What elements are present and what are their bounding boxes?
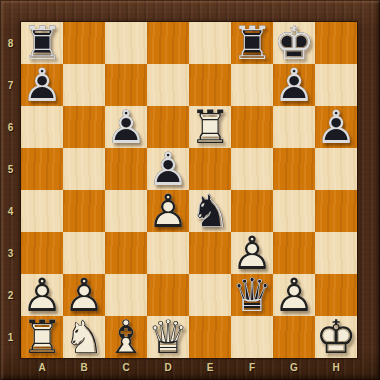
square-d8[interactable] xyxy=(147,22,189,64)
white-pawn-outline-icon: ♙ xyxy=(63,273,105,317)
rank-labels: 87654321 xyxy=(0,22,21,358)
black-pawn-outline-icon: ♙ xyxy=(315,105,357,149)
file-label-c: C xyxy=(105,358,147,380)
square-d3[interactable] xyxy=(147,232,189,274)
black-pawn-outline-icon: ♙ xyxy=(147,147,189,191)
piece-white-rook[interactable]: ♜♖ xyxy=(21,316,63,358)
black-pawn-icon: ♟ xyxy=(147,147,189,191)
piece-white-pawn[interactable]: ♟♙ xyxy=(63,274,105,316)
black-pawn-outline-icon: ♙ xyxy=(105,105,147,149)
white-rook-icon: ♜ xyxy=(21,315,63,359)
black-pawn-icon: ♟ xyxy=(105,105,147,149)
square-a4[interactable] xyxy=(21,190,63,232)
white-pawn-icon: ♟ xyxy=(231,231,273,275)
piece-white-bishop[interactable]: ♝♗ xyxy=(105,316,147,358)
file-label-g: G xyxy=(273,358,315,380)
square-e8[interactable] xyxy=(189,22,231,64)
white-rook-outline-icon: ♖ xyxy=(21,315,63,359)
piece-black-rook[interactable]: ♜♖ xyxy=(21,22,63,64)
square-f2[interactable]: ♛♕ xyxy=(231,274,273,316)
rank-label-7: 7 xyxy=(0,64,21,106)
piece-black-pawn[interactable]: ♟♙ xyxy=(273,64,315,106)
square-f6[interactable] xyxy=(231,106,273,148)
piece-black-knight[interactable]: ♞♘ xyxy=(189,190,231,232)
square-b2[interactable]: ♟♙ xyxy=(63,274,105,316)
square-f3[interactable]: ♟♙ xyxy=(231,232,273,274)
white-knight-icon: ♞ xyxy=(63,315,105,359)
square-h5[interactable] xyxy=(315,148,357,190)
square-a7[interactable]: ♟♙ xyxy=(21,64,63,106)
square-a2[interactable]: ♟♙ xyxy=(21,274,63,316)
square-a1[interactable]: ♜♖ xyxy=(21,316,63,358)
white-rook-icon: ♜ xyxy=(189,105,231,149)
square-g7[interactable]: ♟♙ xyxy=(273,64,315,106)
black-king-icon: ♚ xyxy=(273,21,315,65)
white-queen-icon: ♛ xyxy=(147,315,189,359)
white-pawn-outline-icon: ♙ xyxy=(273,273,315,317)
black-rook-outline-icon: ♖ xyxy=(21,21,63,65)
square-c5[interactable] xyxy=(105,148,147,190)
square-g1[interactable] xyxy=(273,316,315,358)
square-g4[interactable] xyxy=(273,190,315,232)
rank-label-8: 8 xyxy=(0,22,21,64)
piece-black-pawn[interactable]: ♟♙ xyxy=(315,106,357,148)
square-b5[interactable] xyxy=(63,148,105,190)
white-knight-outline-icon: ♘ xyxy=(63,315,105,359)
square-d2[interactable] xyxy=(147,274,189,316)
square-c6[interactable]: ♟♙ xyxy=(105,106,147,148)
rank-label-2: 2 xyxy=(0,274,21,316)
piece-white-pawn[interactable]: ♟♙ xyxy=(21,274,63,316)
square-c1[interactable]: ♝♗ xyxy=(105,316,147,358)
square-b1[interactable]: ♞♘ xyxy=(63,316,105,358)
piece-white-king[interactable]: ♚♔ xyxy=(315,316,357,358)
square-g6[interactable] xyxy=(273,106,315,148)
square-h4[interactable] xyxy=(315,190,357,232)
rank-label-4: 4 xyxy=(0,190,21,232)
square-e3[interactable] xyxy=(189,232,231,274)
square-b8[interactable] xyxy=(63,22,105,64)
square-e1[interactable] xyxy=(189,316,231,358)
piece-white-pawn[interactable]: ♟♙ xyxy=(273,274,315,316)
black-rook-icon: ♜ xyxy=(231,21,273,65)
file-label-a: A xyxy=(21,358,63,380)
black-queen-outline-icon: ♕ xyxy=(231,273,273,317)
white-pawn-icon: ♟ xyxy=(21,273,63,317)
square-g5[interactable] xyxy=(273,148,315,190)
square-a8[interactable]: ♜♖ xyxy=(21,22,63,64)
square-h8[interactable] xyxy=(315,22,357,64)
piece-black-pawn[interactable]: ♟♙ xyxy=(105,106,147,148)
black-pawn-icon: ♟ xyxy=(315,105,357,149)
square-b6[interactable] xyxy=(63,106,105,148)
file-label-h: H xyxy=(315,358,357,380)
piece-white-rook[interactable]: ♜♖ xyxy=(189,106,231,148)
white-rook-outline-icon: ♖ xyxy=(189,105,231,149)
square-d4[interactable]: ♟♙ xyxy=(147,190,189,232)
square-a3[interactable] xyxy=(21,232,63,274)
square-f8[interactable]: ♜♖ xyxy=(231,22,273,64)
square-f1[interactable] xyxy=(231,316,273,358)
piece-black-queen[interactable]: ♛♕ xyxy=(231,274,273,316)
square-c2[interactable] xyxy=(105,274,147,316)
square-d6[interactable] xyxy=(147,106,189,148)
square-c8[interactable] xyxy=(105,22,147,64)
black-rook-icon: ♜ xyxy=(21,21,63,65)
square-h3[interactable] xyxy=(315,232,357,274)
file-label-e: E xyxy=(189,358,231,380)
square-b7[interactable] xyxy=(63,64,105,106)
square-g8[interactable]: ♚♔ xyxy=(273,22,315,64)
file-label-b: B xyxy=(63,358,105,380)
rank-label-3: 3 xyxy=(0,232,21,274)
black-pawn-icon: ♟ xyxy=(273,63,315,107)
black-pawn-icon: ♟ xyxy=(21,63,63,107)
piece-white-pawn[interactable]: ♟♙ xyxy=(147,190,189,232)
rank-label-1: 1 xyxy=(0,316,21,358)
square-a5[interactable] xyxy=(21,148,63,190)
black-pawn-outline-icon: ♙ xyxy=(21,63,63,107)
square-f5[interactable] xyxy=(231,148,273,190)
white-pawn-outline-icon: ♙ xyxy=(147,189,189,233)
white-pawn-icon: ♟ xyxy=(147,189,189,233)
black-knight-icon: ♞ xyxy=(189,189,231,233)
black-queen-icon: ♛ xyxy=(231,273,273,317)
square-d1[interactable]: ♛♕ xyxy=(147,316,189,358)
square-h6[interactable]: ♟♙ xyxy=(315,106,357,148)
chess-board: ♜♖♜♖♚♔♟♙♟♙♟♙♜♖♟♙♟♙♟♙♞♘♟♙♟♙♟♙♛♕♟♙♜♖♞♘♝♗♛♕… xyxy=(21,22,357,358)
black-knight-outline-icon: ♘ xyxy=(189,189,231,233)
square-h2[interactable] xyxy=(315,274,357,316)
rank-label-6: 6 xyxy=(0,106,21,148)
square-e5[interactable] xyxy=(189,148,231,190)
white-pawn-outline-icon: ♙ xyxy=(21,273,63,317)
square-e4[interactable]: ♞♘ xyxy=(189,190,231,232)
square-d5[interactable]: ♟♙ xyxy=(147,148,189,190)
square-g2[interactable]: ♟♙ xyxy=(273,274,315,316)
white-king-icon: ♚ xyxy=(315,315,357,359)
square-d7[interactable] xyxy=(147,64,189,106)
chessboard-frame: 87654321 ABCDEFGH ♜♖♜♖♚♔♟♙♟♙♟♙♜♖♟♙♟♙♟♙♞♘… xyxy=(0,0,380,380)
square-b4[interactable] xyxy=(63,190,105,232)
file-labels: ABCDEFGH xyxy=(21,358,357,380)
square-h7[interactable] xyxy=(315,64,357,106)
square-h1[interactable]: ♚♔ xyxy=(315,316,357,358)
rank-label-5: 5 xyxy=(0,148,21,190)
square-g3[interactable] xyxy=(273,232,315,274)
square-c7[interactable] xyxy=(105,64,147,106)
file-label-f: F xyxy=(231,358,273,380)
white-bishop-icon: ♝ xyxy=(105,315,147,359)
square-c4[interactable] xyxy=(105,190,147,232)
square-f7[interactable] xyxy=(231,64,273,106)
square-c3[interactable] xyxy=(105,232,147,274)
square-e7[interactable] xyxy=(189,64,231,106)
piece-white-queen[interactable]: ♛♕ xyxy=(147,316,189,358)
white-bishop-outline-icon: ♗ xyxy=(105,315,147,359)
piece-black-pawn[interactable]: ♟♙ xyxy=(21,64,63,106)
white-pawn-icon: ♟ xyxy=(273,273,315,317)
square-a6[interactable] xyxy=(21,106,63,148)
white-pawn-icon: ♟ xyxy=(63,273,105,317)
piece-black-rook[interactable]: ♜♖ xyxy=(231,22,273,64)
black-king-outline-icon: ♔ xyxy=(273,21,315,65)
piece-black-pawn[interactable]: ♟♙ xyxy=(147,148,189,190)
square-e6[interactable]: ♜♖ xyxy=(189,106,231,148)
white-king-outline-icon: ♔ xyxy=(315,315,357,359)
white-pawn-outline-icon: ♙ xyxy=(231,231,273,275)
white-queen-outline-icon: ♕ xyxy=(147,315,189,359)
square-e2[interactable] xyxy=(189,274,231,316)
piece-white-pawn[interactable]: ♟♙ xyxy=(231,232,273,274)
black-pawn-outline-icon: ♙ xyxy=(273,63,315,107)
square-f4[interactable] xyxy=(231,190,273,232)
black-rook-outline-icon: ♖ xyxy=(231,21,273,65)
piece-black-king[interactable]: ♚♔ xyxy=(273,22,315,64)
square-b3[interactable] xyxy=(63,232,105,274)
file-label-d: D xyxy=(147,358,189,380)
piece-white-knight[interactable]: ♞♘ xyxy=(63,316,105,358)
